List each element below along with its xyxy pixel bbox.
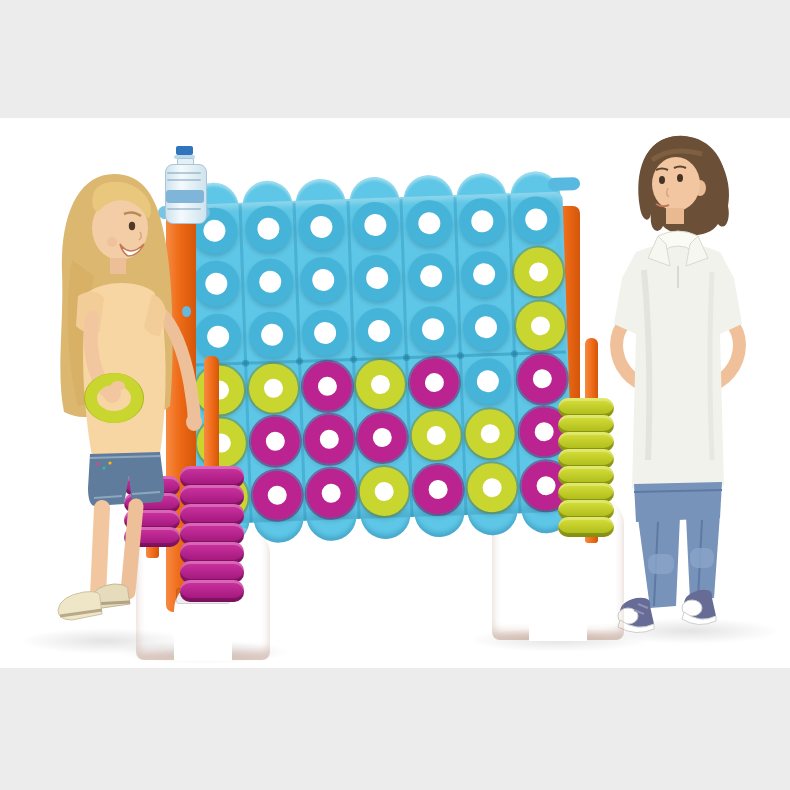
cell-r6c2[interactable]: [250, 467, 306, 522]
magenta-disc: [306, 468, 357, 519]
cell-r3c6[interactable]: [459, 300, 515, 355]
empty-hole: [302, 309, 350, 357]
cell-r3c2[interactable]: [244, 308, 300, 363]
yellow-disc: [513, 247, 564, 298]
cell-r3c7[interactable]: [512, 298, 568, 353]
cell-r4c5[interactable]: [407, 355, 463, 410]
cell-r2c2[interactable]: [242, 254, 298, 309]
cell-r2c6[interactable]: [457, 247, 513, 302]
magenta-disc: [304, 414, 355, 465]
cell-r6c5[interactable]: [411, 462, 467, 517]
magenta-disc: [302, 361, 353, 412]
cell-r3c5[interactable]: [405, 302, 461, 357]
cell-r6c6[interactable]: [464, 460, 520, 515]
board: [186, 174, 574, 543]
yellow-disc: [359, 466, 410, 517]
carry-handle: [548, 177, 580, 191]
cell-r1c2[interactable]: [240, 201, 296, 256]
magenta-disc: [357, 413, 408, 464]
cell-r5c4[interactable]: [355, 410, 411, 465]
yellow-disc: [356, 359, 407, 410]
cell-r4c3[interactable]: [299, 359, 355, 414]
cell-r2c4[interactable]: [349, 250, 405, 305]
cell-r5c5[interactable]: [409, 408, 465, 463]
empty-hole: [405, 199, 453, 247]
product-photo: FEBER: [0, 0, 790, 790]
empty-hole: [246, 258, 294, 306]
empty-hole: [409, 306, 457, 354]
empty-hole: [300, 256, 348, 304]
empty-hole: [459, 197, 507, 245]
cell-r2c3[interactable]: [296, 252, 352, 307]
magenta-disc: [517, 354, 568, 405]
board-grid: [187, 192, 574, 525]
cell-r1c3[interactable]: [294, 199, 350, 254]
empty-hole: [463, 304, 511, 352]
cell-r2c5[interactable]: [403, 249, 459, 304]
empty-hole: [244, 205, 292, 253]
magenta-disc: [252, 470, 303, 521]
empty-hole: [353, 254, 401, 302]
magenta-disc: [250, 416, 301, 467]
empty-hole: [407, 252, 455, 300]
empty-hole: [513, 195, 561, 243]
yellow-disc: [411, 411, 462, 462]
yellow-disc: [248, 363, 299, 414]
yellow-disc-stack: [558, 398, 614, 537]
boy-face: [652, 157, 700, 211]
cell-r6c4[interactable]: [357, 464, 413, 519]
yellow-disc: [515, 300, 566, 351]
cell-r4c4[interactable]: [353, 357, 409, 412]
cell-r5c6[interactable]: [462, 407, 518, 462]
cell-r6c3[interactable]: [303, 466, 359, 521]
empty-hole: [248, 311, 296, 359]
cell-r1c5[interactable]: [401, 195, 457, 250]
empty-hole: [355, 308, 403, 356]
spare-disc: [558, 517, 614, 537]
cell-r4c6[interactable]: [461, 353, 517, 408]
cell-r3c4[interactable]: [351, 304, 407, 359]
cell-r1c6[interactable]: [455, 193, 511, 248]
magenta-disc: [409, 357, 460, 408]
girl-leg: [98, 508, 102, 596]
empty-hole: [461, 250, 509, 298]
empty-hole: [464, 357, 512, 405]
cell-r5c3[interactable]: [301, 412, 357, 467]
cell-r3c3[interactable]: [298, 306, 354, 361]
yellow-disc: [467, 462, 518, 513]
girl-leg: [128, 506, 136, 592]
cell-r1c4[interactable]: [348, 197, 404, 252]
right-base-arch: [529, 561, 587, 641]
cell-r4c2[interactable]: [246, 361, 302, 416]
empty-hole: [352, 201, 400, 249]
cell-r5c2[interactable]: [248, 414, 304, 469]
cell-r1c7[interactable]: [509, 192, 565, 247]
magenta-disc: [413, 464, 464, 515]
girl-figure: [2, 140, 232, 680]
cell-r2c7[interactable]: [510, 245, 566, 300]
yellow-disc: [465, 409, 516, 460]
empty-hole: [298, 203, 346, 251]
